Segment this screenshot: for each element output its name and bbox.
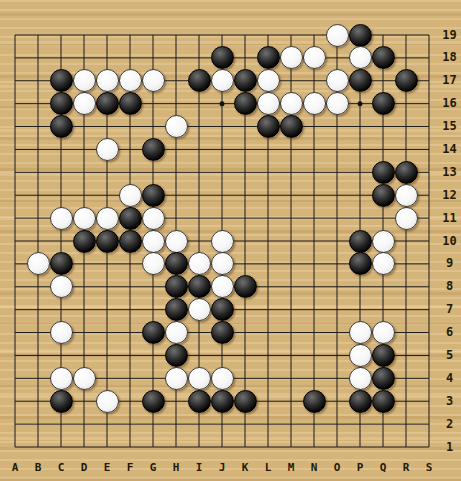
white-stone[interactable] xyxy=(142,207,165,230)
black-stone[interactable] xyxy=(211,321,234,344)
row-label: 16 xyxy=(436,97,461,110)
star-point xyxy=(358,101,363,106)
white-stone[interactable] xyxy=(188,298,211,321)
white-stone[interactable] xyxy=(326,92,349,115)
black-stone[interactable] xyxy=(165,344,188,367)
white-stone[interactable] xyxy=(188,252,211,275)
row-label: 15 xyxy=(436,120,461,133)
row-label: 8 xyxy=(436,280,461,293)
black-stone[interactable] xyxy=(211,390,234,413)
column-label: A xyxy=(7,462,23,474)
black-stone[interactable] xyxy=(211,46,234,69)
black-stone[interactable] xyxy=(372,367,395,390)
black-stone[interactable] xyxy=(395,69,418,92)
row-label: 14 xyxy=(436,143,461,156)
black-stone[interactable] xyxy=(303,390,326,413)
black-stone[interactable] xyxy=(349,24,372,47)
white-stone[interactable] xyxy=(188,367,211,390)
white-stone[interactable] xyxy=(372,252,395,275)
row-label: 13 xyxy=(436,166,461,179)
white-stone[interactable] xyxy=(50,367,73,390)
white-stone[interactable] xyxy=(349,344,372,367)
black-stone[interactable] xyxy=(119,207,142,230)
go-board[interactable]: ABCDEFGHIJKLMNOPQRS 19181716151413121110… xyxy=(0,0,461,481)
white-stone[interactable] xyxy=(73,69,96,92)
black-stone[interactable] xyxy=(280,115,303,138)
black-stone[interactable] xyxy=(234,92,257,115)
white-stone[interactable] xyxy=(211,252,234,275)
black-stone[interactable] xyxy=(372,184,395,207)
column-label: S xyxy=(421,462,437,474)
white-stone[interactable] xyxy=(349,321,372,344)
column-label: B xyxy=(30,462,46,474)
black-stone[interactable] xyxy=(165,252,188,275)
black-stone[interactable] xyxy=(234,275,257,298)
black-stone[interactable] xyxy=(395,161,418,184)
row-label: 6 xyxy=(436,326,461,339)
white-stone[interactable] xyxy=(303,46,326,69)
column-label: N xyxy=(306,462,322,474)
row-label: 1 xyxy=(436,441,461,454)
column-label: H xyxy=(168,462,184,474)
row-label: 17 xyxy=(436,74,461,87)
white-stone[interactable] xyxy=(96,69,119,92)
black-stone[interactable] xyxy=(372,390,395,413)
black-stone[interactable] xyxy=(349,252,372,275)
column-label: Q xyxy=(375,462,391,474)
white-stone[interactable] xyxy=(211,69,234,92)
white-stone[interactable] xyxy=(395,184,418,207)
white-stone[interactable] xyxy=(395,207,418,230)
white-stone[interactable] xyxy=(303,92,326,115)
column-label: I xyxy=(191,462,207,474)
row-label: 2 xyxy=(436,418,461,431)
row-label: 4 xyxy=(436,372,461,385)
white-stone[interactable] xyxy=(96,390,119,413)
white-stone[interactable] xyxy=(119,184,142,207)
row-label: 9 xyxy=(436,257,461,270)
black-stone[interactable] xyxy=(234,69,257,92)
row-label: 12 xyxy=(436,189,461,202)
white-stone[interactable] xyxy=(27,252,50,275)
white-stone[interactable] xyxy=(142,69,165,92)
white-stone[interactable] xyxy=(73,207,96,230)
black-stone[interactable] xyxy=(142,184,165,207)
white-stone[interactable] xyxy=(96,138,119,161)
row-label: 5 xyxy=(436,349,461,362)
black-stone[interactable] xyxy=(96,230,119,253)
column-label: K xyxy=(237,462,253,474)
black-stone[interactable] xyxy=(372,92,395,115)
black-stone[interactable] xyxy=(234,390,257,413)
black-stone[interactable] xyxy=(188,390,211,413)
black-stone[interactable] xyxy=(96,92,119,115)
white-stone[interactable] xyxy=(50,321,73,344)
column-label: D xyxy=(76,462,92,474)
column-label: L xyxy=(260,462,276,474)
white-stone[interactable] xyxy=(211,367,234,390)
white-stone[interactable] xyxy=(372,321,395,344)
white-stone[interactable] xyxy=(165,115,188,138)
column-label: F xyxy=(122,462,138,474)
white-stone[interactable] xyxy=(142,230,165,253)
row-label: 18 xyxy=(436,51,461,64)
row-label: 7 xyxy=(436,303,461,316)
white-stone[interactable] xyxy=(165,321,188,344)
black-stone[interactable] xyxy=(349,390,372,413)
column-label: O xyxy=(329,462,345,474)
black-stone[interactable] xyxy=(372,46,395,69)
white-stone[interactable] xyxy=(211,230,234,253)
white-stone[interactable] xyxy=(96,207,119,230)
black-stone[interactable] xyxy=(142,138,165,161)
white-stone[interactable] xyxy=(372,230,395,253)
black-stone[interactable] xyxy=(372,344,395,367)
black-stone[interactable] xyxy=(257,46,280,69)
black-stone[interactable] xyxy=(372,161,395,184)
white-stone[interactable] xyxy=(142,252,165,275)
column-label: C xyxy=(53,462,69,474)
row-label: 10 xyxy=(436,235,461,248)
black-stone[interactable] xyxy=(50,92,73,115)
white-stone[interactable] xyxy=(119,69,142,92)
black-stone[interactable] xyxy=(73,230,96,253)
white-stone[interactable] xyxy=(73,367,96,390)
black-stone[interactable] xyxy=(50,115,73,138)
column-label: E xyxy=(99,462,115,474)
white-stone[interactable] xyxy=(211,275,234,298)
black-stone[interactable] xyxy=(165,275,188,298)
white-stone[interactable] xyxy=(165,230,188,253)
black-stone[interactable] xyxy=(349,69,372,92)
row-label: 3 xyxy=(436,395,461,408)
white-stone[interactable] xyxy=(349,367,372,390)
row-label: 19 xyxy=(436,29,461,42)
black-stone[interactable] xyxy=(165,298,188,321)
black-stone[interactable] xyxy=(257,115,280,138)
black-stone[interactable] xyxy=(188,275,211,298)
white-stone[interactable] xyxy=(257,92,280,115)
column-label: R xyxy=(398,462,414,474)
white-stone[interactable] xyxy=(50,207,73,230)
white-stone[interactable] xyxy=(165,367,188,390)
black-stone[interactable] xyxy=(188,69,211,92)
black-stone[interactable] xyxy=(211,298,234,321)
black-stone[interactable] xyxy=(119,92,142,115)
white-stone[interactable] xyxy=(280,46,303,69)
white-stone[interactable] xyxy=(257,69,280,92)
column-label: M xyxy=(283,462,299,474)
black-stone[interactable] xyxy=(349,230,372,253)
white-stone[interactable] xyxy=(326,24,349,47)
white-stone[interactable] xyxy=(73,92,96,115)
white-stone[interactable] xyxy=(280,92,303,115)
black-stone[interactable] xyxy=(50,69,73,92)
black-stone[interactable] xyxy=(142,390,165,413)
black-stone[interactable] xyxy=(142,321,165,344)
column-label: J xyxy=(214,462,230,474)
black-stone[interactable] xyxy=(119,230,142,253)
star-point xyxy=(220,101,225,106)
white-stone[interactable] xyxy=(50,275,73,298)
white-stone[interactable] xyxy=(349,46,372,69)
row-label: 11 xyxy=(436,212,461,225)
black-stone[interactable] xyxy=(50,252,73,275)
white-stone[interactable] xyxy=(326,69,349,92)
column-label: G xyxy=(145,462,161,474)
column-label: P xyxy=(352,462,368,474)
black-stone[interactable] xyxy=(50,390,73,413)
